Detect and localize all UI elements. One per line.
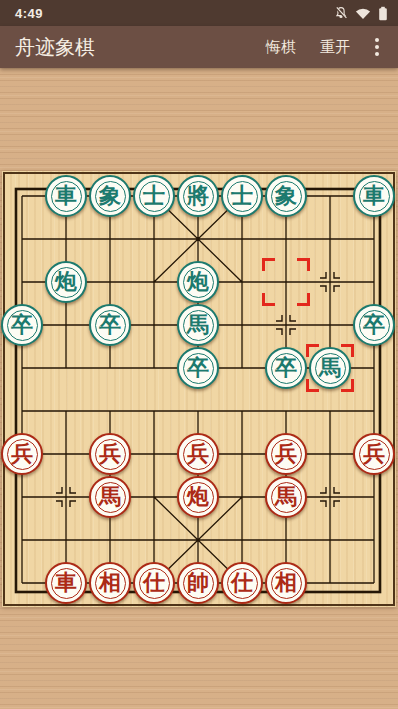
piece-black-advisor[interactable]: 士 <box>133 175 175 217</box>
piece-face: 象 <box>95 181 126 212</box>
screen: 4:49 舟迹象棋 悔棋 重开 <box>0 0 398 709</box>
board-grid <box>2 171 396 607</box>
kebab-dot <box>375 45 379 49</box>
piece-face: 兵 <box>183 439 214 470</box>
notifications-off-icon <box>334 6 348 20</box>
piece-black-elephant[interactable]: 象 <box>89 175 131 217</box>
piece-face: 車 <box>51 181 82 212</box>
piece-red-soldier[interactable]: 兵 <box>177 433 219 475</box>
piece-black-chariot[interactable]: 車 <box>353 175 395 217</box>
piece-face: 仕 <box>227 568 258 599</box>
piece-black-soldier[interactable]: 卒 <box>89 304 131 346</box>
piece-face: 車 <box>359 181 390 212</box>
battery-icon <box>378 6 388 21</box>
piece-red-advisor[interactable]: 仕 <box>133 562 175 604</box>
xiangqi-board[interactable]: 車象士將士象車炮炮卒卒馬卒卒卒馬兵兵兵兵兵馬炮馬車相仕帥仕相 <box>2 171 396 607</box>
piece-black-soldier[interactable]: 卒 <box>353 304 395 346</box>
piece-red-cannon[interactable]: 炮 <box>177 476 219 518</box>
piece-black-soldier[interactable]: 卒 <box>265 347 307 389</box>
piece-black-horse[interactable]: 馬 <box>309 347 351 389</box>
grid-lines <box>22 196 374 583</box>
status-icons <box>334 6 388 21</box>
kebab-dot <box>375 38 379 42</box>
piece-face: 馬 <box>95 482 126 513</box>
piece-red-soldier[interactable]: 兵 <box>1 433 43 475</box>
piece-face: 卒 <box>271 353 302 384</box>
piece-black-soldier[interactable]: 卒 <box>177 347 219 389</box>
piece-black-general[interactable]: 將 <box>177 175 219 217</box>
piece-face: 馬 <box>271 482 302 513</box>
piece-red-elephant[interactable]: 相 <box>89 562 131 604</box>
restart-button[interactable]: 重开 <box>308 30 362 65</box>
piece-face: 象 <box>271 181 302 212</box>
piece-face: 相 <box>95 568 126 599</box>
piece-face: 馬 <box>183 310 214 341</box>
piece-red-horse[interactable]: 馬 <box>89 476 131 518</box>
status-time: 4:49 <box>15 6 43 21</box>
piece-black-soldier[interactable]: 卒 <box>1 304 43 346</box>
piece-face: 卒 <box>359 310 390 341</box>
piece-face: 士 <box>227 181 258 212</box>
piece-face: 相 <box>271 568 302 599</box>
piece-red-soldier[interactable]: 兵 <box>265 433 307 475</box>
piece-black-advisor[interactable]: 士 <box>221 175 263 217</box>
wifi-icon <box>355 7 371 20</box>
status-bar: 4:49 <box>0 0 398 26</box>
piece-face: 卒 <box>183 353 214 384</box>
piece-face: 兵 <box>359 439 390 470</box>
app-title: 舟迹象棋 <box>15 34 254 61</box>
piece-red-horse[interactable]: 馬 <box>265 476 307 518</box>
piece-red-chariot[interactable]: 車 <box>45 562 87 604</box>
piece-face: 卒 <box>7 310 38 341</box>
piece-red-advisor[interactable]: 仕 <box>221 562 263 604</box>
piece-face: 炮 <box>183 482 214 513</box>
game-background: 車象士將士象車炮炮卒卒馬卒卒卒馬兵兵兵兵兵馬炮馬車相仕帥仕相 <box>0 68 398 709</box>
app-bar: 舟迹象棋 悔棋 重开 <box>0 26 398 68</box>
piece-face: 車 <box>51 568 82 599</box>
undo-move-button[interactable]: 悔棋 <box>254 30 308 65</box>
piece-black-cannon[interactable]: 炮 <box>177 261 219 303</box>
piece-black-chariot[interactable]: 車 <box>45 175 87 217</box>
piece-face: 兵 <box>271 439 302 470</box>
piece-face: 仕 <box>139 568 170 599</box>
piece-face: 卒 <box>95 310 126 341</box>
overflow-menu-button[interactable] <box>362 31 392 63</box>
piece-face: 兵 <box>7 439 38 470</box>
piece-face: 兵 <box>95 439 126 470</box>
piece-face: 炮 <box>51 267 82 298</box>
piece-face: 將 <box>183 181 214 212</box>
piece-face: 帥 <box>183 568 214 599</box>
piece-black-horse[interactable]: 馬 <box>177 304 219 346</box>
piece-red-soldier[interactable]: 兵 <box>353 433 395 475</box>
piece-red-soldier[interactable]: 兵 <box>89 433 131 475</box>
piece-red-general[interactable]: 帥 <box>177 562 219 604</box>
piece-face: 炮 <box>183 267 214 298</box>
piece-black-cannon[interactable]: 炮 <box>45 261 87 303</box>
piece-black-elephant[interactable]: 象 <box>265 175 307 217</box>
piece-face: 馬 <box>315 353 346 384</box>
piece-face: 士 <box>139 181 170 212</box>
piece-red-elephant[interactable]: 相 <box>265 562 307 604</box>
kebab-dot <box>375 52 379 56</box>
